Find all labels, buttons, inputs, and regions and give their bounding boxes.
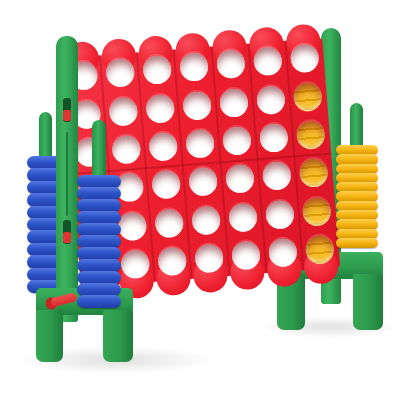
stack-spindle xyxy=(350,103,363,148)
frame-post-left xyxy=(56,36,78,322)
product-photo-connect-four-set xyxy=(0,0,400,400)
red-slider-knob xyxy=(63,110,71,121)
slider-slot-bottom xyxy=(63,220,71,244)
stack-rings xyxy=(336,146,378,248)
stack-rings xyxy=(77,176,121,308)
post-groove xyxy=(66,132,68,216)
foot-leg xyxy=(36,310,63,362)
foot-leg xyxy=(353,274,383,330)
ring-stack-blue-front xyxy=(77,120,121,319)
game-ring-yellow xyxy=(336,238,378,248)
stack-spindle xyxy=(92,120,106,178)
ring-stack-yellow-front xyxy=(336,103,378,259)
red-slider-knob xyxy=(63,232,71,243)
stack-spindle xyxy=(39,112,52,162)
slider-slot-top xyxy=(63,98,71,122)
game-ring-blue xyxy=(77,295,121,308)
